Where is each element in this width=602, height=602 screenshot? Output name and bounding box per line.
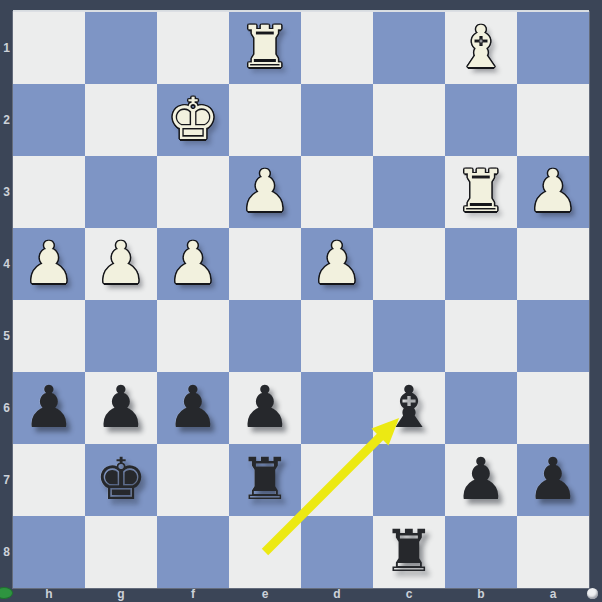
rank-label-5: 5: [0, 300, 13, 372]
side-to-move-indicator: [587, 588, 598, 599]
square-d3[interactable]: [301, 156, 373, 228]
square-e4[interactable]: [229, 228, 301, 300]
square-a8[interactable]: [517, 516, 589, 588]
square-b8[interactable]: [445, 516, 517, 588]
piece-black-bishop[interactable]: ♝: [373, 372, 445, 444]
piece-white-rook[interactable]: ♜: [445, 156, 517, 228]
piece-black-pawn[interactable]: ♟: [13, 372, 85, 444]
chess-board[interactable]: ♜♝♚♟♜♟♟♟♟♟♟♟♟♟♝♚♜♟♟♜: [13, 12, 589, 588]
square-d2[interactable]: [301, 84, 373, 156]
piece-black-pawn[interactable]: ♟: [85, 372, 157, 444]
square-b1[interactable]: ♝: [445, 12, 517, 84]
square-b5[interactable]: [445, 300, 517, 372]
rank-label-4: 4: [0, 228, 13, 300]
chess-board-frame: 12345678 hgfedcba ♜♝♚♟♜♟♟♟♟♟♟♟♟♟♝♚♜♟♟♜: [0, 0, 602, 602]
square-c2[interactable]: [373, 84, 445, 156]
square-e8[interactable]: [229, 516, 301, 588]
file-label-f: f: [157, 588, 229, 602]
square-a4[interactable]: [517, 228, 589, 300]
piece-black-king[interactable]: ♚: [85, 444, 157, 516]
square-d7[interactable]: [301, 444, 373, 516]
piece-black-pawn[interactable]: ♟: [229, 372, 301, 444]
rank-label-6: 6: [0, 372, 13, 444]
square-c4[interactable]: [373, 228, 445, 300]
square-g1[interactable]: [85, 12, 157, 84]
square-h2[interactable]: [13, 84, 85, 156]
piece-black-pawn[interactable]: ♟: [517, 444, 589, 516]
square-g7[interactable]: ♚: [85, 444, 157, 516]
square-b3[interactable]: ♜: [445, 156, 517, 228]
square-f4[interactable]: ♟: [157, 228, 229, 300]
square-h1[interactable]: [13, 12, 85, 84]
rank-label-8: 8: [0, 516, 13, 588]
square-e6[interactable]: ♟: [229, 372, 301, 444]
file-label-d: d: [301, 588, 373, 602]
square-e2[interactable]: [229, 84, 301, 156]
square-c8[interactable]: ♜: [373, 516, 445, 588]
rank-label-7: 7: [0, 444, 13, 516]
square-h3[interactable]: [13, 156, 85, 228]
rank-label-2: 2: [0, 84, 13, 156]
square-f8[interactable]: [157, 516, 229, 588]
file-label-e: e: [229, 588, 301, 602]
square-f6[interactable]: ♟: [157, 372, 229, 444]
file-label-h: h: [13, 588, 85, 602]
square-e1[interactable]: ♜: [229, 12, 301, 84]
square-d5[interactable]: [301, 300, 373, 372]
square-a3[interactable]: ♟: [517, 156, 589, 228]
square-a2[interactable]: [517, 84, 589, 156]
file-labels: hgfedcba: [13, 588, 589, 602]
square-a1[interactable]: [517, 12, 589, 84]
square-h4[interactable]: ♟: [13, 228, 85, 300]
square-g2[interactable]: [85, 84, 157, 156]
square-f3[interactable]: [157, 156, 229, 228]
square-c1[interactable]: [373, 12, 445, 84]
rank-labels: 12345678: [0, 12, 13, 588]
piece-black-rook[interactable]: ♜: [229, 444, 301, 516]
file-label-a: a: [517, 588, 589, 602]
square-f7[interactable]: [157, 444, 229, 516]
square-b2[interactable]: [445, 84, 517, 156]
square-h5[interactable]: [13, 300, 85, 372]
square-b7[interactable]: ♟: [445, 444, 517, 516]
square-c7[interactable]: [373, 444, 445, 516]
square-d8[interactable]: [301, 516, 373, 588]
square-b6[interactable]: [445, 372, 517, 444]
piece-white-pawn[interactable]: ♟: [301, 228, 373, 300]
piece-white-pawn[interactable]: ♟: [517, 156, 589, 228]
square-d1[interactable]: [301, 12, 373, 84]
file-label-g: g: [85, 588, 157, 602]
piece-black-rook[interactable]: ♜: [373, 516, 445, 588]
square-g4[interactable]: ♟: [85, 228, 157, 300]
square-g8[interactable]: [85, 516, 157, 588]
file-label-c: c: [373, 588, 445, 602]
square-f5[interactable]: [157, 300, 229, 372]
square-a5[interactable]: [517, 300, 589, 372]
piece-white-pawn[interactable]: ♟: [157, 228, 229, 300]
square-g5[interactable]: [85, 300, 157, 372]
rank-label-3: 3: [0, 156, 13, 228]
square-f1[interactable]: [157, 12, 229, 84]
piece-white-pawn[interactable]: ♟: [229, 156, 301, 228]
square-g6[interactable]: ♟: [85, 372, 157, 444]
piece-white-bishop[interactable]: ♝: [445, 12, 517, 84]
piece-white-pawn[interactable]: ♟: [13, 228, 85, 300]
square-e7[interactable]: ♜: [229, 444, 301, 516]
square-e3[interactable]: ♟: [229, 156, 301, 228]
square-e5[interactable]: [229, 300, 301, 372]
square-d6[interactable]: [301, 372, 373, 444]
square-c6[interactable]: ♝: [373, 372, 445, 444]
piece-white-rook[interactable]: ♜: [229, 12, 301, 84]
piece-white-pawn[interactable]: ♟: [85, 228, 157, 300]
piece-black-pawn[interactable]: ♟: [157, 372, 229, 444]
square-h7[interactable]: [13, 444, 85, 516]
square-a6[interactable]: [517, 372, 589, 444]
square-d4[interactable]: ♟: [301, 228, 373, 300]
square-c3[interactable]: [373, 156, 445, 228]
piece-white-king[interactable]: ♚: [157, 84, 229, 156]
piece-black-pawn[interactable]: ♟: [445, 444, 517, 516]
green-marker: [0, 587, 13, 599]
rank-label-1: 1: [0, 12, 13, 84]
square-h6[interactable]: ♟: [13, 372, 85, 444]
square-h8[interactable]: [13, 516, 85, 588]
square-f2[interactable]: ♚: [157, 84, 229, 156]
square-c5[interactable]: [373, 300, 445, 372]
square-b4[interactable]: [445, 228, 517, 300]
square-g3[interactable]: [85, 156, 157, 228]
file-label-b: b: [445, 588, 517, 602]
square-a7[interactable]: ♟: [517, 444, 589, 516]
